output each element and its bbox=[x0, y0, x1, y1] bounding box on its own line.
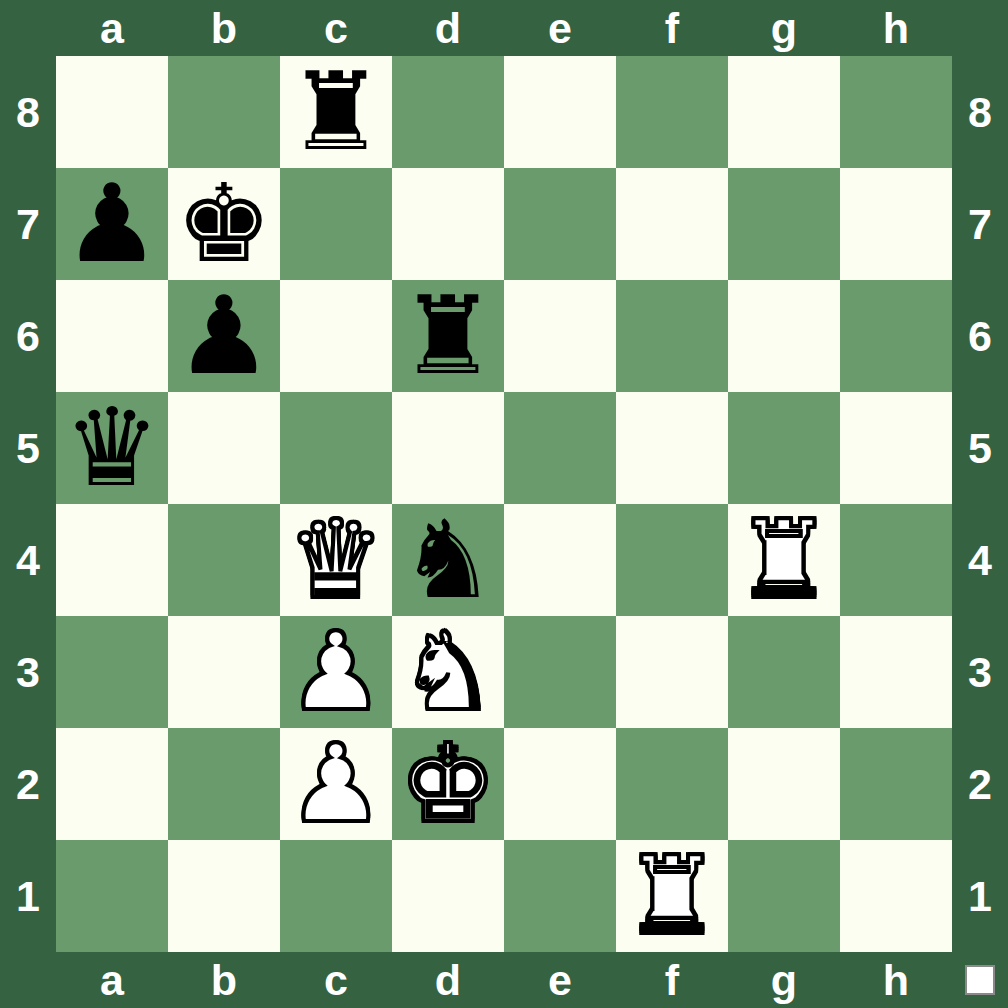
square-f8[interactable] bbox=[616, 56, 728, 168]
rank-label-8-left: 8 bbox=[0, 56, 56, 168]
rank-label-1-left: 1 bbox=[0, 840, 56, 952]
square-c4[interactable]: ♛ bbox=[280, 504, 392, 616]
square-d4[interactable]: ♞ bbox=[392, 504, 504, 616]
square-h8[interactable] bbox=[840, 56, 952, 168]
square-c8[interactable]: ♜ bbox=[280, 56, 392, 168]
square-a3[interactable] bbox=[56, 616, 168, 728]
square-d2[interactable]: ♚ bbox=[392, 728, 504, 840]
square-c5[interactable] bbox=[280, 392, 392, 504]
rank-label-6-right: 6 bbox=[952, 280, 1008, 392]
square-f5[interactable] bbox=[616, 392, 728, 504]
file-label-e-top: e bbox=[504, 0, 616, 56]
square-g1[interactable] bbox=[728, 840, 840, 952]
square-h1[interactable] bbox=[840, 840, 952, 952]
border-corner-bottom-left bbox=[0, 952, 56, 1008]
border-corner-top-left bbox=[0, 0, 56, 56]
border-corner-bottom-right bbox=[952, 952, 1008, 1008]
square-h2[interactable] bbox=[840, 728, 952, 840]
file-label-e-bottom: e bbox=[504, 952, 616, 1008]
white-to-move-indicator bbox=[965, 965, 995, 995]
file-label-b-bottom: b bbox=[168, 952, 280, 1008]
rank-label-3-right: 3 bbox=[952, 616, 1008, 728]
file-label-g-top: g bbox=[728, 0, 840, 56]
square-h7[interactable] bbox=[840, 168, 952, 280]
file-label-a-bottom: a bbox=[56, 952, 168, 1008]
square-a6[interactable] bbox=[56, 280, 168, 392]
square-c2[interactable]: ♟ bbox=[280, 728, 392, 840]
square-b6[interactable]: ♟ bbox=[168, 280, 280, 392]
square-g4[interactable]: ♜ bbox=[728, 504, 840, 616]
square-d1[interactable] bbox=[392, 840, 504, 952]
file-label-c-bottom: c bbox=[280, 952, 392, 1008]
square-f2[interactable] bbox=[616, 728, 728, 840]
rank-label-2-left: 2 bbox=[0, 728, 56, 840]
piece-black-rook[interactable]: ♜ bbox=[288, 56, 385, 168]
file-label-f-top: f bbox=[616, 0, 728, 56]
square-h3[interactable] bbox=[840, 616, 952, 728]
piece-white-pawn[interactable]: ♟ bbox=[288, 616, 385, 728]
rank-label-5-right: 5 bbox=[952, 392, 1008, 504]
piece-black-rook[interactable]: ♜ bbox=[400, 280, 497, 392]
square-f1[interactable]: ♜ bbox=[616, 840, 728, 952]
rank-label-5-left: 5 bbox=[0, 392, 56, 504]
file-label-h-bottom: h bbox=[840, 952, 952, 1008]
square-a1[interactable] bbox=[56, 840, 168, 952]
square-b1[interactable] bbox=[168, 840, 280, 952]
piece-white-queen[interactable]: ♛ bbox=[288, 504, 385, 616]
square-c6[interactable] bbox=[280, 280, 392, 392]
square-f6[interactable] bbox=[616, 280, 728, 392]
square-b8[interactable] bbox=[168, 56, 280, 168]
file-label-b-top: b bbox=[168, 0, 280, 56]
square-a4[interactable] bbox=[56, 504, 168, 616]
square-c7[interactable] bbox=[280, 168, 392, 280]
square-h4[interactable] bbox=[840, 504, 952, 616]
square-d5[interactable] bbox=[392, 392, 504, 504]
square-b2[interactable] bbox=[168, 728, 280, 840]
rank-label-1-right: 1 bbox=[952, 840, 1008, 952]
piece-white-pawn[interactable]: ♟ bbox=[288, 728, 385, 840]
rank-label-4-right: 4 bbox=[952, 504, 1008, 616]
square-e5[interactable] bbox=[504, 392, 616, 504]
square-g6[interactable] bbox=[728, 280, 840, 392]
square-f4[interactable] bbox=[616, 504, 728, 616]
square-d7[interactable] bbox=[392, 168, 504, 280]
square-g7[interactable] bbox=[728, 168, 840, 280]
rank-label-7-right: 7 bbox=[952, 168, 1008, 280]
square-f3[interactable] bbox=[616, 616, 728, 728]
border-corner-top-right bbox=[952, 0, 1008, 56]
rank-label-8-right: 8 bbox=[952, 56, 1008, 168]
square-f7[interactable] bbox=[616, 168, 728, 280]
square-e6[interactable] bbox=[504, 280, 616, 392]
square-c1[interactable] bbox=[280, 840, 392, 952]
square-e7[interactable] bbox=[504, 168, 616, 280]
file-label-h-top: h bbox=[840, 0, 952, 56]
square-g8[interactable] bbox=[728, 56, 840, 168]
rank-label-3-left: 3 bbox=[0, 616, 56, 728]
square-c3[interactable]: ♟ bbox=[280, 616, 392, 728]
square-d6[interactable]: ♜ bbox=[392, 280, 504, 392]
square-b4[interactable] bbox=[168, 504, 280, 616]
rank-label-6-left: 6 bbox=[0, 280, 56, 392]
file-label-g-bottom: g bbox=[728, 952, 840, 1008]
square-a7[interactable]: ♟ bbox=[56, 168, 168, 280]
square-e8[interactable] bbox=[504, 56, 616, 168]
chess-board: abcdefgh8♜87♟♚76♟♜65♛54♛♞♜43♟♞32♟♚21♜1ab… bbox=[0, 0, 1008, 1008]
piece-white-rook[interactable]: ♜ bbox=[624, 840, 721, 952]
square-d8[interactable] bbox=[392, 56, 504, 168]
piece-white-rook[interactable]: ♜ bbox=[736, 504, 833, 616]
piece-white-knight[interactable]: ♞ bbox=[400, 616, 497, 728]
piece-white-king[interactable]: ♚ bbox=[400, 728, 497, 840]
square-e2[interactable] bbox=[504, 728, 616, 840]
piece-black-pawn[interactable]: ♟ bbox=[176, 280, 273, 392]
square-h6[interactable] bbox=[840, 280, 952, 392]
file-label-a-top: a bbox=[56, 0, 168, 56]
file-label-d-bottom: d bbox=[392, 952, 504, 1008]
square-b3[interactable] bbox=[168, 616, 280, 728]
square-b5[interactable] bbox=[168, 392, 280, 504]
square-a5[interactable]: ♛ bbox=[56, 392, 168, 504]
piece-black-knight[interactable]: ♞ bbox=[400, 504, 497, 616]
square-b7[interactable]: ♚ bbox=[168, 168, 280, 280]
piece-black-pawn[interactable]: ♟ bbox=[64, 168, 161, 280]
rank-label-4-left: 4 bbox=[0, 504, 56, 616]
square-e3[interactable] bbox=[504, 616, 616, 728]
piece-black-queen[interactable]: ♛ bbox=[64, 392, 161, 504]
file-label-d-top: d bbox=[392, 0, 504, 56]
square-e1[interactable] bbox=[504, 840, 616, 952]
square-g2[interactable] bbox=[728, 728, 840, 840]
rank-label-2-right: 2 bbox=[952, 728, 1008, 840]
square-g3[interactable] bbox=[728, 616, 840, 728]
square-g5[interactable] bbox=[728, 392, 840, 504]
square-a8[interactable] bbox=[56, 56, 168, 168]
square-a2[interactable] bbox=[56, 728, 168, 840]
square-d3[interactable]: ♞ bbox=[392, 616, 504, 728]
piece-black-king[interactable]: ♚ bbox=[176, 168, 273, 280]
file-label-c-top: c bbox=[280, 0, 392, 56]
square-e4[interactable] bbox=[504, 504, 616, 616]
square-h5[interactable] bbox=[840, 392, 952, 504]
file-label-f-bottom: f bbox=[616, 952, 728, 1008]
rank-label-7-left: 7 bbox=[0, 168, 56, 280]
